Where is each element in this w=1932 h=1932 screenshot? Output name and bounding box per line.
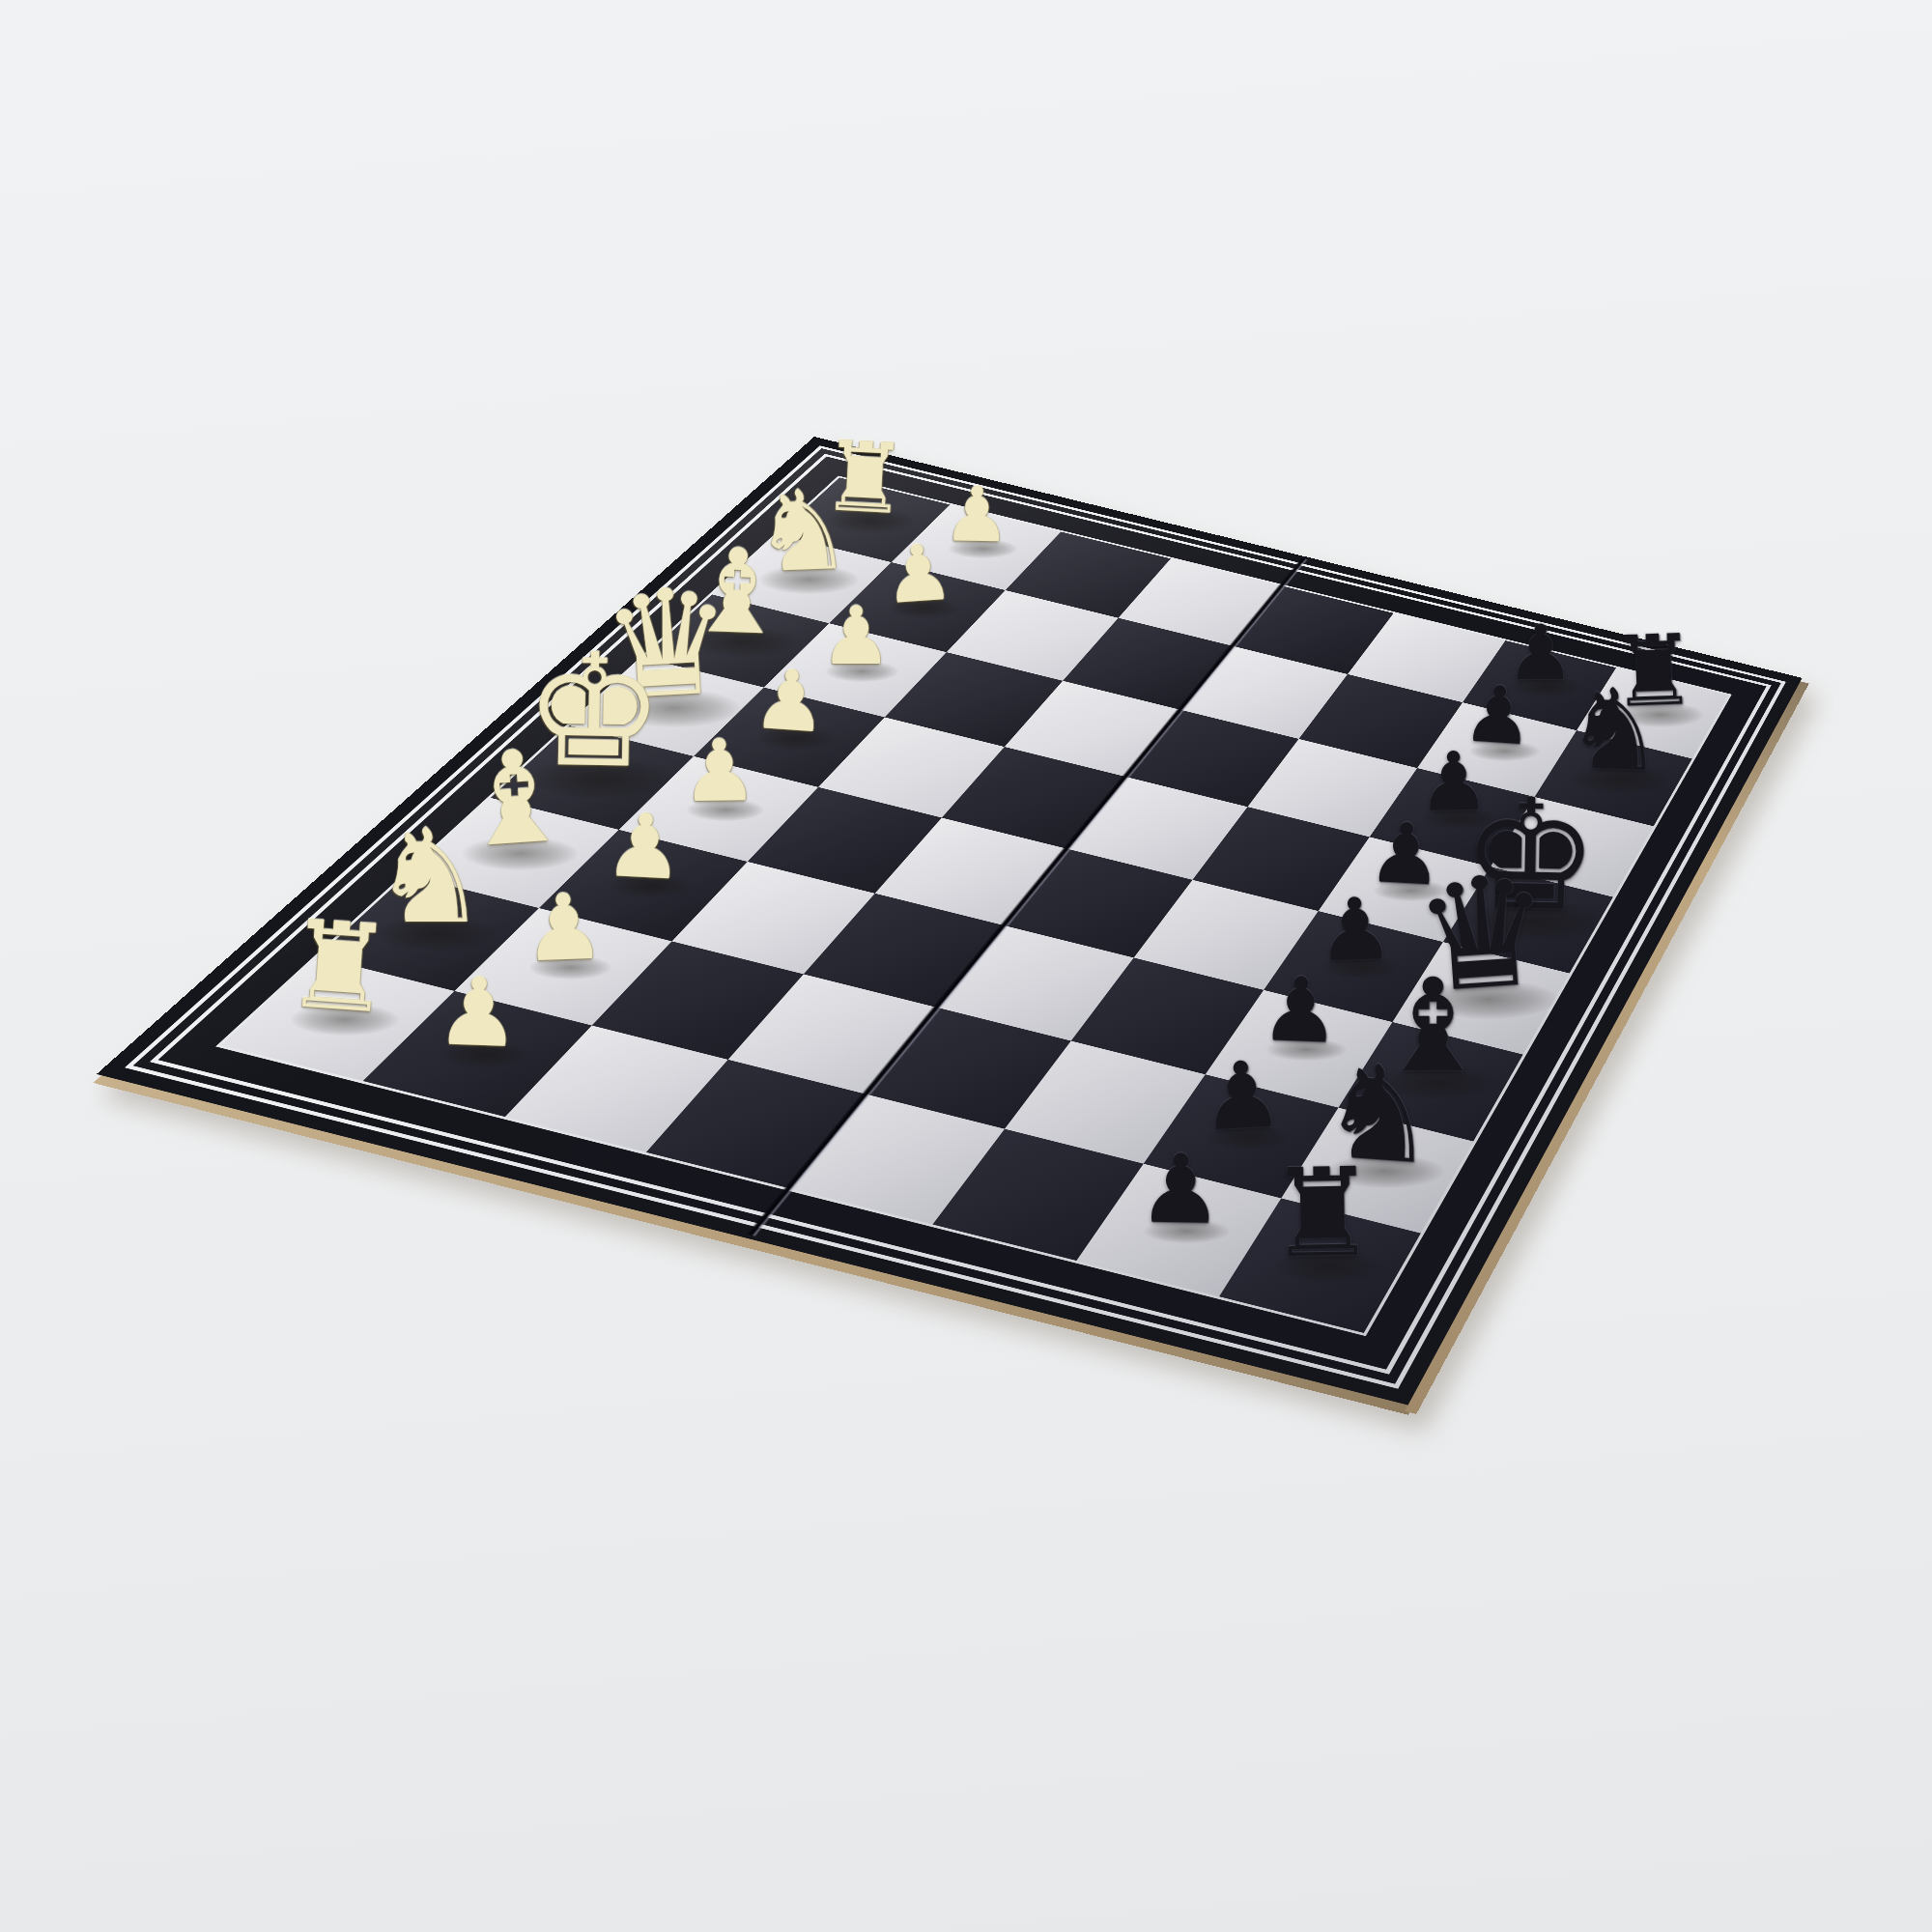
black-pawn-g7: ♟ — [1199, 1048, 1286, 1145]
black-pawn-h7: ♟ — [1137, 1141, 1224, 1237]
photo-scene: ♜♞♚♛♝♞♜♟♟♟♟♟♟♟♟♟♟♟♟♟♟♟♟♜♞♝♛♚♝♞♜ — [0, 0, 1932, 1932]
white-pawn-e2: ♟ — [681, 728, 759, 815]
pieces-layer: ♜♞♚♛♝♞♜♟♟♟♟♟♟♟♟♟♟♟♟♟♟♟♟♜♞♝♛♚♝♞♜ — [0, 0, 1932, 1932]
white-pawn-a2: ♟ — [942, 476, 1011, 554]
white-pawn-d2: ♟ — [751, 658, 831, 746]
white-pawn-h2: ♟ — [435, 964, 523, 1062]
black-rook-h8: ♜ — [1266, 1152, 1378, 1276]
white-pawn-c2: ♟ — [820, 595, 893, 675]
white-rook-h1: ♜ — [281, 903, 397, 1031]
white-pawn-g2: ♟ — [522, 880, 607, 974]
white-pawn-f2: ♟ — [603, 801, 687, 894]
